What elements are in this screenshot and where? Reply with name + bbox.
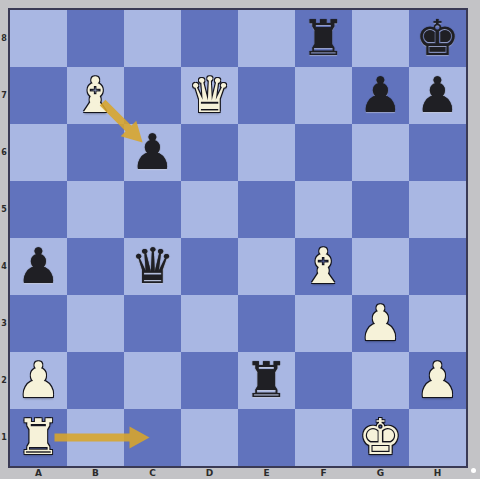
- square-c4[interactable]: ♛: [124, 238, 181, 295]
- square-a3[interactable]: [10, 295, 67, 352]
- piece-white-rook-a1[interactable]: ♜: [17, 409, 61, 466]
- square-h2[interactable]: ♟: [409, 352, 466, 409]
- rank-label-7: 7: [0, 67, 8, 124]
- rank-label-1: 1: [0, 409, 8, 466]
- square-d8[interactable]: [181, 10, 238, 67]
- board: ♜♚♝♛♟♟♟♟♛♝♟♟♜♟♜♚: [10, 10, 466, 466]
- square-a7[interactable]: [10, 67, 67, 124]
- piece-black-pawn-g7[interactable]: ♟: [359, 67, 403, 124]
- square-e3[interactable]: [238, 295, 295, 352]
- square-e6[interactable]: [238, 124, 295, 181]
- square-g6[interactable]: [352, 124, 409, 181]
- square-c5[interactable]: [124, 181, 181, 238]
- file-label-e: E: [238, 467, 295, 479]
- square-c7[interactable]: [124, 67, 181, 124]
- piece-black-king-h8[interactable]: ♚: [416, 10, 460, 67]
- piece-white-bishop-f4[interactable]: ♝: [302, 238, 346, 295]
- chess-board-panel: 87654321 ♜♚♝♛♟♟♟♟♛♝♟♟♜♟♜♚ ABCDEFGH: [0, 0, 480, 479]
- rank-label-6: 6: [0, 124, 8, 181]
- piece-black-pawn-h7[interactable]: ♟: [416, 67, 460, 124]
- corner-dot: [471, 468, 476, 473]
- square-b5[interactable]: [67, 181, 124, 238]
- square-f3[interactable]: [295, 295, 352, 352]
- square-a6[interactable]: [10, 124, 67, 181]
- square-g3[interactable]: ♟: [352, 295, 409, 352]
- square-b2[interactable]: [67, 352, 124, 409]
- square-e2[interactable]: ♜: [238, 352, 295, 409]
- file-labels: ABCDEFGH: [10, 467, 466, 479]
- square-e8[interactable]: [238, 10, 295, 67]
- piece-white-bishop-b7[interactable]: ♝: [74, 67, 118, 124]
- square-h6[interactable]: [409, 124, 466, 181]
- file-label-g: G: [352, 467, 409, 479]
- square-b6[interactable]: [67, 124, 124, 181]
- file-label-d: D: [181, 467, 238, 479]
- square-b4[interactable]: [67, 238, 124, 295]
- square-f2[interactable]: [295, 352, 352, 409]
- square-c2[interactable]: [124, 352, 181, 409]
- square-g7[interactable]: ♟: [352, 67, 409, 124]
- square-g5[interactable]: [352, 181, 409, 238]
- rank-label-4: 4: [0, 238, 8, 295]
- square-c3[interactable]: [124, 295, 181, 352]
- square-a2[interactable]: ♟: [10, 352, 67, 409]
- square-d6[interactable]: [181, 124, 238, 181]
- square-c8[interactable]: [124, 10, 181, 67]
- piece-white-pawn-h2[interactable]: ♟: [416, 352, 460, 409]
- square-d7[interactable]: ♛: [181, 67, 238, 124]
- square-e7[interactable]: [238, 67, 295, 124]
- square-d5[interactable]: [181, 181, 238, 238]
- piece-black-queen-c4[interactable]: ♛: [131, 238, 175, 295]
- square-d4[interactable]: [181, 238, 238, 295]
- square-b3[interactable]: [67, 295, 124, 352]
- square-d3[interactable]: [181, 295, 238, 352]
- square-d2[interactable]: [181, 352, 238, 409]
- file-label-h: H: [409, 467, 466, 479]
- square-h1[interactable]: [409, 409, 466, 466]
- square-g4[interactable]: [352, 238, 409, 295]
- piece-black-pawn-a4[interactable]: ♟: [17, 238, 61, 295]
- rank-label-8: 8: [0, 10, 8, 67]
- piece-white-king-g1[interactable]: ♚: [359, 409, 403, 466]
- square-f1[interactable]: [295, 409, 352, 466]
- file-label-b: B: [67, 467, 124, 479]
- board-frame: ♜♚♝♛♟♟♟♟♛♝♟♟♜♟♜♚: [8, 8, 468, 468]
- square-g8[interactable]: [352, 10, 409, 67]
- square-h8[interactable]: ♚: [409, 10, 466, 67]
- piece-white-queen-d7[interactable]: ♛: [188, 67, 232, 124]
- square-e4[interactable]: [238, 238, 295, 295]
- square-g1[interactable]: ♚: [352, 409, 409, 466]
- file-label-c: C: [124, 467, 181, 479]
- square-h4[interactable]: [409, 238, 466, 295]
- rank-labels: 87654321: [0, 10, 8, 466]
- square-h3[interactable]: [409, 295, 466, 352]
- square-e1[interactable]: [238, 409, 295, 466]
- square-f8[interactable]: ♜: [295, 10, 352, 67]
- square-a8[interactable]: [10, 10, 67, 67]
- square-b8[interactable]: [67, 10, 124, 67]
- rank-label-3: 3: [0, 295, 8, 352]
- square-c6[interactable]: ♟: [124, 124, 181, 181]
- rank-label-5: 5: [0, 181, 8, 238]
- square-g2[interactable]: [352, 352, 409, 409]
- piece-black-rook-e2[interactable]: ♜: [245, 352, 289, 409]
- piece-white-pawn-g3[interactable]: ♟: [359, 295, 403, 352]
- piece-black-rook-f8[interactable]: ♜: [302, 10, 346, 67]
- square-e5[interactable]: [238, 181, 295, 238]
- square-h7[interactable]: ♟: [409, 67, 466, 124]
- file-label-f: F: [295, 467, 352, 479]
- square-b7[interactable]: ♝: [67, 67, 124, 124]
- square-f6[interactable]: [295, 124, 352, 181]
- square-a5[interactable]: [10, 181, 67, 238]
- square-f7[interactable]: [295, 67, 352, 124]
- rank-label-2: 2: [0, 352, 8, 409]
- square-a1[interactable]: ♜: [10, 409, 67, 466]
- piece-white-pawn-a2[interactable]: ♟: [17, 352, 61, 409]
- square-f5[interactable]: [295, 181, 352, 238]
- square-f4[interactable]: ♝: [295, 238, 352, 295]
- square-d1[interactable]: [181, 409, 238, 466]
- square-b1[interactable]: [67, 409, 124, 466]
- file-label-a: A: [10, 467, 67, 479]
- square-a4[interactable]: ♟: [10, 238, 67, 295]
- piece-black-pawn-c6[interactable]: ♟: [131, 124, 175, 181]
- square-c1[interactable]: [124, 409, 181, 466]
- square-h5[interactable]: [409, 181, 466, 238]
